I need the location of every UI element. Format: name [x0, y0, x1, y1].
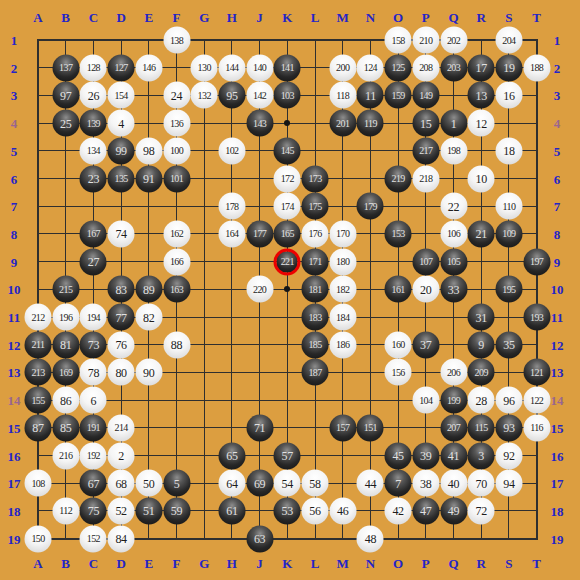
move-number: 53	[282, 505, 293, 517]
stone-black-S8-move-109[interactable]: 109	[495, 220, 522, 247]
move-number: 201	[336, 118, 349, 128]
stone-black-K16-move-57[interactable]: 57	[274, 442, 301, 469]
move-number: 20	[420, 283, 431, 295]
stone-white-Q7-move-22[interactable]: 22	[440, 193, 467, 220]
stone-black-C6-move-23[interactable]: 23	[80, 165, 107, 192]
stone-black-E18-move-51[interactable]: 51	[135, 497, 162, 524]
move-number: 48	[365, 533, 376, 545]
stone-white-Q8-move-106[interactable]: 106	[440, 220, 467, 247]
stone-white-M8-move-170[interactable]: 170	[329, 220, 356, 247]
stone-black-P5-move-217[interactable]: 217	[412, 137, 439, 164]
stone-black-O6-move-219[interactable]: 219	[385, 165, 412, 192]
stone-black-S10-move-195[interactable]: 195	[495, 276, 522, 303]
stone-black-D2-move-127[interactable]: 127	[108, 54, 135, 81]
stone-white-S5-move-18[interactable]: 18	[495, 137, 522, 164]
move-number: 178	[225, 201, 238, 211]
col-label-top-S: S	[505, 11, 512, 24]
move-number: 10	[475, 173, 486, 185]
col-label-top-F: F	[173, 11, 181, 24]
stone-white-F1-move-138[interactable]: 138	[163, 27, 190, 54]
move-number: 173	[308, 174, 321, 184]
stone-white-L8-move-176[interactable]: 176	[302, 220, 329, 247]
stone-white-D18-move-52[interactable]: 52	[108, 497, 135, 524]
stone-white-C14-move-6[interactable]: 6	[80, 387, 107, 414]
stone-black-E6-move-91[interactable]: 91	[135, 165, 162, 192]
stone-black-J17-move-69[interactable]: 69	[246, 470, 273, 497]
row-label-right-9: 9	[554, 255, 561, 268]
stone-black-L11-move-183[interactable]: 183	[302, 304, 329, 331]
move-number: 45	[392, 450, 403, 462]
stone-black-P9-move-107[interactable]: 107	[412, 248, 439, 275]
move-number: 191	[87, 423, 100, 433]
stone-white-D12-move-76[interactable]: 76	[108, 331, 135, 358]
row-label-right-3: 3	[554, 89, 561, 102]
stone-black-K8-move-165[interactable]: 165	[274, 220, 301, 247]
stone-black-P3-move-149[interactable]: 149	[412, 82, 439, 109]
stone-white-D8-move-74[interactable]: 74	[108, 220, 135, 247]
stone-white-O1-move-158[interactable]: 158	[385, 27, 412, 54]
move-number: 28	[475, 394, 486, 406]
move-number: 125	[391, 63, 404, 73]
stone-black-D6-move-135[interactable]: 135	[108, 165, 135, 192]
row-label-left-8: 8	[11, 227, 18, 240]
stone-black-R13-move-209[interactable]: 209	[468, 359, 495, 386]
move-number: 26	[88, 89, 99, 101]
stone-white-N17-move-44[interactable]: 44	[357, 470, 384, 497]
stone-black-Q2-move-203[interactable]: 203	[440, 54, 467, 81]
stone-white-B18-move-112[interactable]: 112	[52, 497, 79, 524]
col-label-top-J: J	[256, 11, 263, 24]
stone-black-Q4-move-1[interactable]: 1	[440, 110, 467, 137]
stone-black-R11-move-31[interactable]: 31	[468, 304, 495, 331]
move-number: 169	[59, 367, 72, 377]
stone-white-P10-move-20[interactable]: 20	[412, 276, 439, 303]
stone-white-R18-move-72[interactable]: 72	[468, 497, 495, 524]
move-number: 22	[448, 200, 459, 212]
col-label-top-E: E	[144, 11, 153, 24]
move-number: 9	[478, 339, 484, 351]
stone-white-S14-move-96[interactable]: 96	[495, 387, 522, 414]
move-number: 102	[225, 146, 238, 156]
stone-white-M2-move-200[interactable]: 200	[329, 54, 356, 81]
move-number: 41	[448, 450, 459, 462]
stone-black-K9-move-221[interactable]: 221	[274, 248, 301, 275]
star-point-K10	[284, 286, 290, 292]
stone-white-H7-move-178[interactable]: 178	[218, 193, 245, 220]
stone-black-D10-move-83[interactable]: 83	[108, 276, 135, 303]
stone-black-D5-move-99[interactable]: 99	[108, 137, 135, 164]
move-number: 65	[226, 450, 237, 462]
move-number: 23	[88, 173, 99, 185]
stone-black-Q9-move-105[interactable]: 105	[440, 248, 467, 275]
stone-white-R17-move-70[interactable]: 70	[468, 470, 495, 497]
stone-white-M11-move-184[interactable]: 184	[329, 304, 356, 331]
col-label-bottom-O: O	[393, 557, 403, 570]
stone-black-B12-move-81[interactable]: 81	[52, 331, 79, 358]
stone-white-E17-move-50[interactable]: 50	[135, 470, 162, 497]
col-label-top-M: M	[337, 11, 349, 24]
stone-black-R8-move-21[interactable]: 21	[468, 220, 495, 247]
stone-black-Q18-move-49[interactable]: 49	[440, 497, 467, 524]
stone-white-H5-move-102[interactable]: 102	[218, 137, 245, 164]
move-number: 58	[309, 477, 320, 489]
stone-white-Q13-move-206[interactable]: 206	[440, 359, 467, 386]
stone-black-A14-move-155[interactable]: 155	[25, 387, 52, 414]
stone-white-Q1-move-202[interactable]: 202	[440, 27, 467, 54]
move-number: 176	[308, 229, 321, 239]
stone-black-O10-move-161[interactable]: 161	[385, 276, 412, 303]
stone-black-Q15-move-207[interactable]: 207	[440, 414, 467, 441]
stone-white-E5-move-98[interactable]: 98	[135, 137, 162, 164]
col-label-bottom-M: M	[337, 557, 349, 570]
stone-black-T13-move-121[interactable]: 121	[523, 359, 550, 386]
stone-white-L17-move-58[interactable]: 58	[302, 470, 329, 497]
stone-black-L13-move-187[interactable]: 187	[302, 359, 329, 386]
stone-black-F10-move-163[interactable]: 163	[163, 276, 190, 303]
move-number: 161	[391, 284, 404, 294]
stone-black-J15-move-71[interactable]: 71	[246, 414, 273, 441]
stone-white-H17-move-64[interactable]: 64	[218, 470, 245, 497]
row-label-right-6: 6	[554, 172, 561, 185]
move-number: 54	[282, 477, 293, 489]
move-number: 138	[170, 35, 183, 45]
stone-white-F4-move-136[interactable]: 136	[163, 110, 190, 137]
stone-white-N2-move-124[interactable]: 124	[357, 54, 384, 81]
stone-white-R14-move-28[interactable]: 28	[468, 387, 495, 414]
stone-white-P2-move-208[interactable]: 208	[412, 54, 439, 81]
stone-white-A19-move-150[interactable]: 150	[25, 525, 52, 552]
stone-white-P17-move-38[interactable]: 38	[412, 470, 439, 497]
stone-black-C15-move-191[interactable]: 191	[80, 414, 107, 441]
stone-white-M12-move-186[interactable]: 186	[329, 331, 356, 358]
stone-black-Q10-move-33[interactable]: 33	[440, 276, 467, 303]
stone-black-H16-move-65[interactable]: 65	[218, 442, 245, 469]
stone-white-D19-move-84[interactable]: 84	[108, 525, 135, 552]
stone-black-C17-move-67[interactable]: 67	[80, 470, 107, 497]
stone-white-J2-move-140[interactable]: 140	[246, 54, 273, 81]
stone-white-R6-move-10[interactable]: 10	[468, 165, 495, 192]
move-number: 110	[502, 201, 515, 211]
stone-black-R3-move-13[interactable]: 13	[468, 82, 495, 109]
move-number: 139	[87, 118, 100, 128]
col-label-bottom-D: D	[116, 557, 125, 570]
move-number: 121	[530, 367, 543, 377]
stone-black-B13-move-169[interactable]: 169	[52, 359, 79, 386]
stone-white-F8-move-162[interactable]: 162	[163, 220, 190, 247]
move-number: 11	[365, 89, 376, 101]
col-label-top-L: L	[311, 11, 320, 24]
stone-white-D4-move-4[interactable]: 4	[108, 110, 135, 137]
stone-black-L10-move-181[interactable]: 181	[302, 276, 329, 303]
row-label-left-4: 4	[11, 117, 18, 130]
stone-white-B14-move-86[interactable]: 86	[52, 387, 79, 414]
stone-white-E11-move-82[interactable]: 82	[135, 304, 162, 331]
stone-white-M3-move-118[interactable]: 118	[329, 82, 356, 109]
stone-black-R12-move-9[interactable]: 9	[468, 331, 495, 358]
stone-white-E2-move-146[interactable]: 146	[135, 54, 162, 81]
move-number: 46	[337, 505, 348, 517]
row-label-right-19: 19	[551, 532, 564, 545]
col-label-top-O: O	[393, 11, 403, 24]
stone-black-R2-move-17[interactable]: 17	[468, 54, 495, 81]
stone-white-S1-move-204[interactable]: 204	[495, 27, 522, 54]
stone-white-D15-move-214[interactable]: 214	[108, 414, 135, 441]
stone-white-P14-move-104[interactable]: 104	[412, 387, 439, 414]
stone-black-P16-move-39[interactable]: 39	[412, 442, 439, 469]
move-number: 101	[170, 174, 183, 184]
stone-black-S12-move-35[interactable]: 35	[495, 331, 522, 358]
stone-white-F9-move-166[interactable]: 166	[163, 248, 190, 275]
row-label-left-9: 9	[11, 255, 18, 268]
stone-white-A17-move-108[interactable]: 108	[25, 470, 52, 497]
stone-black-B4-move-25[interactable]: 25	[52, 110, 79, 137]
move-number: 112	[59, 506, 72, 516]
move-number: 216	[59, 451, 72, 461]
move-number: 15	[420, 117, 431, 129]
stone-black-J8-move-177[interactable]: 177	[246, 220, 273, 247]
move-number: 37	[420, 339, 431, 351]
move-number: 2	[118, 450, 124, 462]
go-board[interactable]: AABBCCDDEEFFGGHHJJKKLLMMNNOOPPQQRRSSTT11…	[0, 0, 580, 580]
stone-white-H2-move-144[interactable]: 144	[218, 54, 245, 81]
stone-white-T2-move-188[interactable]: 188	[523, 54, 550, 81]
stone-white-R4-move-12[interactable]: 12	[468, 110, 495, 137]
move-number: 158	[391, 35, 404, 45]
stone-white-M9-move-180[interactable]: 180	[329, 248, 356, 275]
move-number: 5	[174, 477, 180, 489]
stone-white-K6-move-172[interactable]: 172	[274, 165, 301, 192]
stone-white-Q17-move-40[interactable]: 40	[440, 470, 467, 497]
stone-white-C19-move-152[interactable]: 152	[80, 525, 107, 552]
stone-white-C5-move-134[interactable]: 134	[80, 137, 107, 164]
move-number: 185	[308, 340, 321, 350]
move-number: 155	[31, 395, 44, 405]
stone-black-E10-move-89[interactable]: 89	[135, 276, 162, 303]
move-number: 47	[420, 505, 431, 517]
stone-black-L6-move-173[interactable]: 173	[302, 165, 329, 192]
stone-white-D3-move-154[interactable]: 154	[108, 82, 135, 109]
stone-black-O3-move-159[interactable]: 159	[385, 82, 412, 109]
stone-black-B10-move-215[interactable]: 215	[52, 276, 79, 303]
stone-white-F5-move-100[interactable]: 100	[163, 137, 190, 164]
move-number: 134	[87, 146, 100, 156]
stone-white-D17-move-68[interactable]: 68	[108, 470, 135, 497]
move-number: 56	[309, 505, 320, 517]
move-number: 175	[308, 201, 321, 211]
move-number: 214	[114, 423, 127, 433]
row-label-right-7: 7	[554, 200, 561, 213]
stone-white-S17-move-94[interactable]: 94	[495, 470, 522, 497]
row-label-left-19: 19	[8, 532, 21, 545]
row-label-left-13: 13	[8, 366, 21, 379]
stone-white-M10-move-182[interactable]: 182	[329, 276, 356, 303]
stone-white-Q5-move-198[interactable]: 198	[440, 137, 467, 164]
stone-black-K5-move-145[interactable]: 145	[274, 137, 301, 164]
row-label-left-15: 15	[8, 421, 21, 434]
move-number: 44	[365, 477, 376, 489]
stone-black-A15-move-87[interactable]: 87	[25, 414, 52, 441]
stone-white-M18-move-46[interactable]: 46	[329, 497, 356, 524]
stone-white-B16-move-216[interactable]: 216	[52, 442, 79, 469]
stone-white-L18-move-56[interactable]: 56	[302, 497, 329, 524]
stone-black-B2-move-137[interactable]: 137	[52, 54, 79, 81]
stone-white-D16-move-2[interactable]: 2	[108, 442, 135, 469]
stone-black-C4-move-139[interactable]: 139	[80, 110, 107, 137]
move-number: 187	[308, 367, 321, 377]
move-number: 177	[253, 229, 266, 239]
row-label-right-2: 2	[554, 61, 561, 74]
move-number: 159	[391, 90, 404, 100]
stone-white-O13-move-156[interactable]: 156	[385, 359, 412, 386]
stone-black-A12-move-211[interactable]: 211	[25, 331, 52, 358]
stone-black-P4-move-15[interactable]: 15	[412, 110, 439, 137]
stone-black-Q16-move-41[interactable]: 41	[440, 442, 467, 469]
move-number: 67	[88, 477, 99, 489]
stone-white-S16-move-92[interactable]: 92	[495, 442, 522, 469]
stone-black-Q14-move-199[interactable]: 199	[440, 387, 467, 414]
stone-black-J4-move-143[interactable]: 143	[246, 110, 273, 137]
stone-white-P6-move-218[interactable]: 218	[412, 165, 439, 192]
stone-white-E13-move-90[interactable]: 90	[135, 359, 162, 386]
stone-black-S2-move-19[interactable]: 19	[495, 54, 522, 81]
move-number: 206	[447, 367, 460, 377]
stone-black-O17-move-7[interactable]: 7	[385, 470, 412, 497]
stone-white-K7-move-174[interactable]: 174	[274, 193, 301, 220]
stone-white-T14-move-122[interactable]: 122	[523, 387, 550, 414]
stone-black-C9-move-27[interactable]: 27	[80, 248, 107, 275]
stone-black-R15-move-115[interactable]: 115	[468, 414, 495, 441]
stone-black-M15-move-157[interactable]: 157	[329, 414, 356, 441]
move-number: 99	[115, 145, 126, 157]
stone-black-L9-move-171[interactable]: 171	[302, 248, 329, 275]
stone-black-N15-move-151[interactable]: 151	[357, 414, 384, 441]
stone-white-G2-move-130[interactable]: 130	[191, 54, 218, 81]
stone-black-T11-move-193[interactable]: 193	[523, 304, 550, 331]
stone-black-P12-move-37[interactable]: 37	[412, 331, 439, 358]
stone-black-T9-move-197[interactable]: 197	[523, 248, 550, 275]
stone-black-K18-move-53[interactable]: 53	[274, 497, 301, 524]
move-number: 141	[281, 63, 294, 73]
stone-black-P18-move-47[interactable]: 47	[412, 497, 439, 524]
stone-black-N3-move-11[interactable]: 11	[357, 82, 384, 109]
stone-black-F6-move-101[interactable]: 101	[163, 165, 190, 192]
move-number: 104	[419, 395, 432, 405]
stone-black-B15-move-85[interactable]: 85	[52, 414, 79, 441]
move-number: 128	[87, 63, 100, 73]
row-label-right-17: 17	[551, 477, 564, 490]
stone-white-C13-move-78[interactable]: 78	[80, 359, 107, 386]
move-number: 160	[391, 340, 404, 350]
move-number: 197	[530, 257, 543, 267]
move-number: 182	[336, 284, 349, 294]
move-number: 78	[88, 366, 99, 378]
stone-white-D13-move-80[interactable]: 80	[108, 359, 135, 386]
move-number: 39	[420, 450, 431, 462]
stone-black-B3-move-97[interactable]: 97	[52, 82, 79, 109]
move-number: 208	[419, 63, 432, 73]
stone-white-S3-move-16[interactable]: 16	[495, 82, 522, 109]
stone-black-N7-move-179[interactable]: 179	[357, 193, 384, 220]
move-number: 97	[60, 89, 71, 101]
move-number: 59	[171, 505, 182, 517]
stone-white-J10-move-220[interactable]: 220	[246, 276, 273, 303]
row-label-left-6: 6	[11, 172, 18, 185]
stone-black-L12-move-185[interactable]: 185	[302, 331, 329, 358]
stone-white-F12-move-88[interactable]: 88	[163, 331, 190, 358]
col-label-top-H: H	[227, 11, 237, 24]
stone-white-C11-move-194[interactable]: 194	[80, 304, 107, 331]
stone-black-H18-move-61[interactable]: 61	[218, 497, 245, 524]
stone-black-C18-move-75[interactable]: 75	[80, 497, 107, 524]
move-number: 86	[60, 394, 71, 406]
stone-black-F17-move-5[interactable]: 5	[163, 470, 190, 497]
move-number: 105	[447, 257, 460, 267]
stone-white-P1-move-210[interactable]: 210	[412, 27, 439, 54]
move-number: 68	[115, 477, 126, 489]
stone-black-A13-move-213[interactable]: 213	[25, 359, 52, 386]
stone-black-F18-move-59[interactable]: 59	[163, 497, 190, 524]
stone-white-C2-move-128[interactable]: 128	[80, 54, 107, 81]
move-number: 80	[115, 366, 126, 378]
move-number: 76	[115, 339, 126, 351]
move-number: 1	[451, 117, 457, 129]
move-number: 25	[60, 117, 71, 129]
move-number: 77	[115, 311, 126, 323]
stone-white-O12-move-160[interactable]: 160	[385, 331, 412, 358]
stone-white-K17-move-54[interactable]: 54	[274, 470, 301, 497]
stone-white-C3-move-26[interactable]: 26	[80, 82, 107, 109]
move-number: 162	[170, 229, 183, 239]
stone-black-H3-move-95[interactable]: 95	[218, 82, 245, 109]
stone-black-K3-move-103[interactable]: 103	[274, 82, 301, 109]
move-number: 24	[171, 89, 182, 101]
move-number: 74	[115, 228, 126, 240]
stone-black-N4-move-119[interactable]: 119	[357, 110, 384, 137]
stone-black-J19-move-63[interactable]: 63	[246, 525, 273, 552]
stone-black-C8-move-167[interactable]: 167	[80, 220, 107, 247]
stone-white-G3-move-132[interactable]: 132	[191, 82, 218, 109]
stone-black-L7-move-175[interactable]: 175	[302, 193, 329, 220]
stone-black-C12-move-73[interactable]: 73	[80, 331, 107, 358]
stone-black-O8-move-153[interactable]: 153	[385, 220, 412, 247]
stone-black-O16-move-45[interactable]: 45	[385, 442, 412, 469]
stone-black-R16-move-3[interactable]: 3	[468, 442, 495, 469]
move-number: 49	[448, 505, 459, 517]
stone-black-M4-move-201[interactable]: 201	[329, 110, 356, 137]
stone-black-K2-move-141[interactable]: 141	[274, 54, 301, 81]
stone-white-A11-move-212[interactable]: 212	[25, 304, 52, 331]
stone-white-J3-move-142[interactable]: 142	[246, 82, 273, 109]
stone-white-F3-move-24[interactable]: 24	[163, 82, 190, 109]
row-label-right-11: 11	[551, 311, 563, 324]
move-number: 183	[308, 312, 321, 322]
row-label-right-16: 16	[551, 449, 564, 462]
stone-white-H8-move-164[interactable]: 164	[218, 220, 245, 247]
stone-white-S7-move-110[interactable]: 110	[495, 193, 522, 220]
move-number: 119	[364, 118, 377, 128]
stone-white-C16-move-192[interactable]: 192	[80, 442, 107, 469]
stone-black-O2-move-125[interactable]: 125	[385, 54, 412, 81]
stone-white-O18-move-42[interactable]: 42	[385, 497, 412, 524]
stone-black-S15-move-93[interactable]: 93	[495, 414, 522, 441]
stone-white-B11-move-196[interactable]: 196	[52, 304, 79, 331]
stone-white-T15-move-116[interactable]: 116	[523, 414, 550, 441]
move-number: 219	[391, 174, 404, 184]
move-number: 200	[336, 63, 349, 73]
stone-white-N19-move-48[interactable]: 48	[357, 525, 384, 552]
stone-black-D11-move-77[interactable]: 77	[108, 304, 135, 331]
move-number: 103	[281, 90, 294, 100]
